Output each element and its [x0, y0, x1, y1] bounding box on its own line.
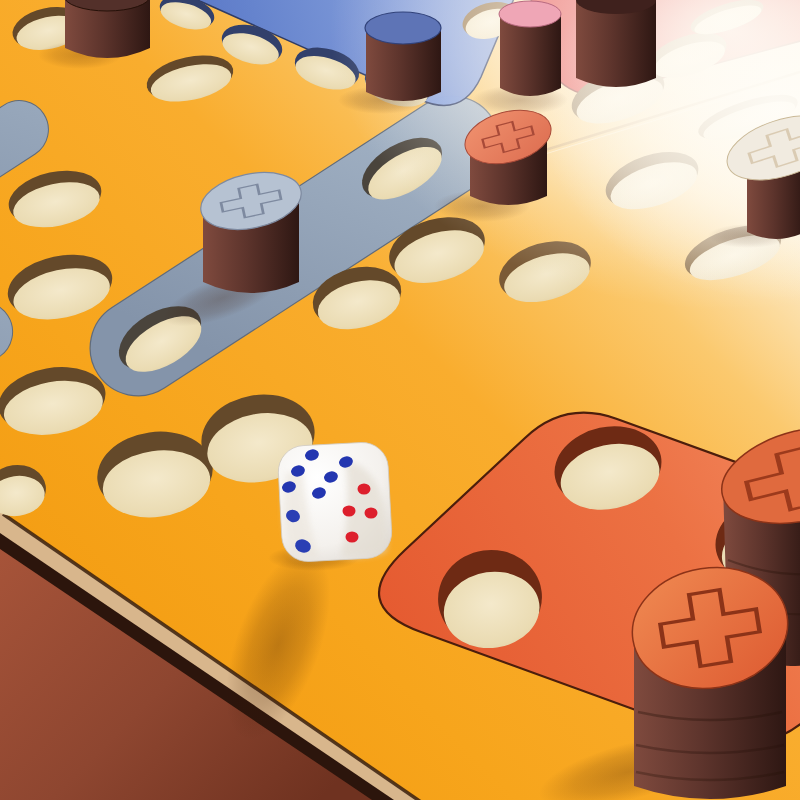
peg-dark-redhome[interactable] — [576, 0, 656, 87]
die[interactable] — [277, 441, 393, 563]
board-game-photo — [0, 0, 800, 800]
